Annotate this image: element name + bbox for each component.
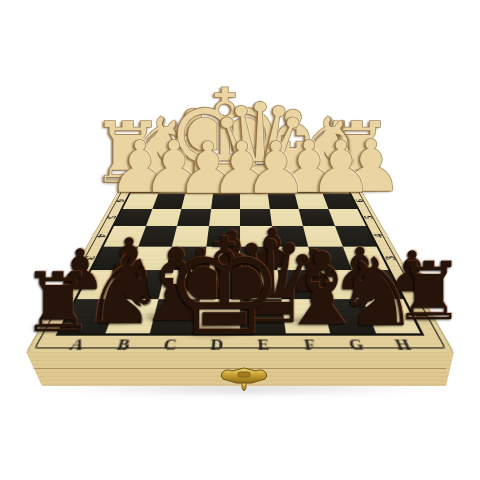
- piece-white-pawn-g7[interactable]: ♟: [309, 131, 374, 203]
- piece-black-king-d1[interactable]: ♚: [164, 221, 284, 355]
- brass-clasp-icon[interactable]: [218, 364, 270, 394]
- rank-label-left-5: 5: [93, 213, 128, 222]
- pieces-layer: ♜♞♝♚♛♝♞♜♟♟♟♟♟♟♟♟♟♟♟♟♟♟♟♟♜♞♝♚♛♝♞♜: [0, 0, 480, 480]
- piece-black-knight-g1[interactable]: ♞: [335, 246, 419, 340]
- piece-black-rook-a1[interactable]: ♜: [21, 262, 95, 344]
- product-photo: ABCDEFGH ABCDEFGH 87654321 87654321 ♜♞♝♚…: [0, 0, 480, 480]
- piece-white-pawn-e7[interactable]: ♟: [244, 132, 309, 204]
- rank-label-right-5: 5: [352, 213, 387, 222]
